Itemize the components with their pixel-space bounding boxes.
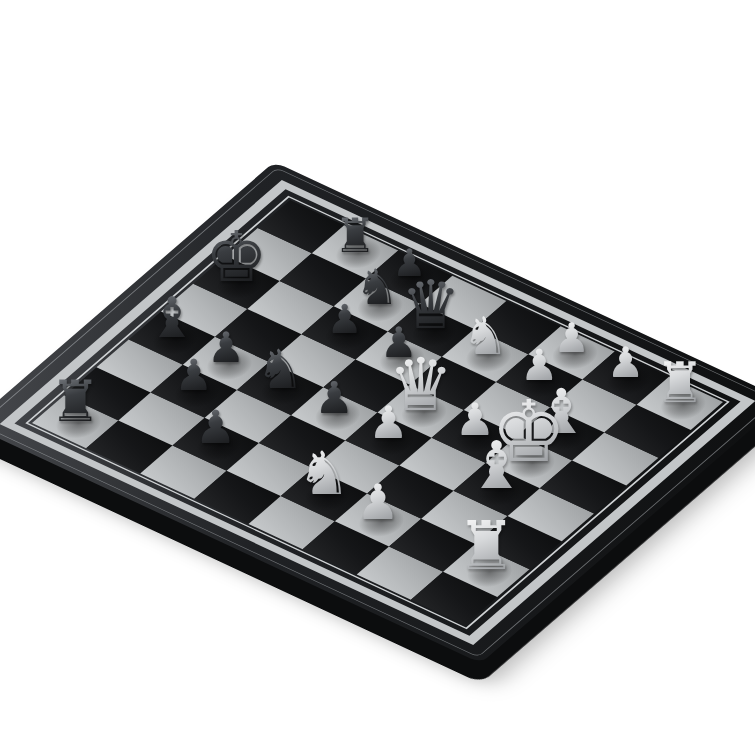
chess-set-photo: ♜♝♚♟♟♜♟♞♟♞♟♟♟♛♞♟♛♞♟♟♟♟♝♚♝♟♜♜ [0,0,755,755]
chessboard [32,200,723,625]
